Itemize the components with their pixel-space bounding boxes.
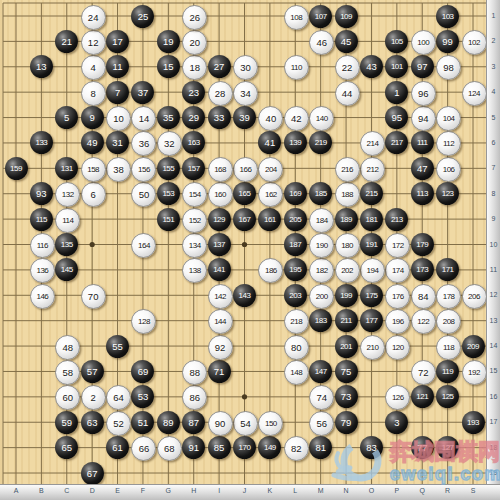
stone-black-13: 13 bbox=[30, 55, 53, 78]
stone-white-34: 34 bbox=[233, 81, 258, 106]
stone-white-4: 4 bbox=[81, 55, 106, 80]
col-label-O: O bbox=[364, 487, 378, 494]
col-label-H: H bbox=[187, 487, 201, 494]
stone-black-7: 7 bbox=[106, 81, 129, 104]
row-label-10: 10 bbox=[487, 241, 500, 248]
stone-white-84: 84 bbox=[411, 284, 436, 309]
stone-black-129: 129 bbox=[208, 208, 231, 231]
stone-white-150: 150 bbox=[258, 411, 283, 436]
stone-black-141: 141 bbox=[208, 258, 231, 281]
row-label-16: 16 bbox=[487, 393, 500, 400]
stone-white-94: 94 bbox=[411, 106, 436, 131]
stone-white-152: 152 bbox=[182, 208, 207, 233]
row-label-17: 17 bbox=[487, 418, 500, 425]
stone-black-107: 107 bbox=[309, 5, 332, 28]
stone-white-120: 120 bbox=[385, 335, 410, 360]
stone-black-25: 25 bbox=[131, 5, 154, 28]
row-label-7: 7 bbox=[487, 164, 500, 171]
stone-white-122: 122 bbox=[411, 309, 436, 334]
row-label-12: 12 bbox=[487, 291, 500, 298]
stone-white-190: 190 bbox=[309, 233, 334, 258]
stone-black-47: 47 bbox=[411, 157, 434, 180]
stone-white-142: 142 bbox=[208, 284, 233, 309]
row-label-2: 2 bbox=[487, 37, 500, 44]
stone-white-168: 168 bbox=[208, 157, 233, 182]
stone-black-153: 153 bbox=[157, 182, 180, 205]
stone-white-124: 124 bbox=[462, 81, 487, 106]
col-label-D: D bbox=[85, 487, 99, 494]
stone-black-131: 131 bbox=[55, 157, 78, 180]
stone-white-118: 118 bbox=[436, 335, 461, 360]
row-label-11: 11 bbox=[487, 266, 500, 273]
stone-black-121: 121 bbox=[411, 385, 434, 408]
stone-white-108: 108 bbox=[284, 5, 309, 30]
stone-black-201: 201 bbox=[335, 335, 358, 358]
row-label-1: 1 bbox=[487, 12, 500, 19]
stone-white-184: 184 bbox=[309, 208, 334, 233]
stone-black-211: 211 bbox=[335, 309, 358, 332]
stone-white-8: 8 bbox=[81, 81, 106, 106]
col-label-F: F bbox=[136, 487, 150, 494]
stone-black-109: 109 bbox=[335, 5, 358, 28]
stone-white-102: 102 bbox=[462, 30, 487, 55]
col-label-I: I bbox=[212, 487, 226, 494]
row-label-8: 8 bbox=[487, 190, 500, 197]
stone-white-10: 10 bbox=[106, 106, 131, 131]
stone-black-3: 3 bbox=[385, 411, 408, 434]
stone-white-92: 92 bbox=[208, 335, 233, 360]
stone-white-68: 68 bbox=[157, 436, 182, 461]
stone-white-166: 166 bbox=[233, 157, 258, 182]
stone-black-73: 73 bbox=[335, 385, 358, 408]
stone-black-187: 187 bbox=[284, 233, 307, 256]
stone-white-2: 2 bbox=[81, 385, 106, 410]
row-label-15: 15 bbox=[487, 367, 500, 374]
stone-black-19: 19 bbox=[157, 30, 180, 53]
stone-black-33: 33 bbox=[208, 106, 231, 129]
stone-white-52: 52 bbox=[106, 411, 131, 436]
col-label-L: L bbox=[288, 487, 302, 494]
row-label-4: 4 bbox=[487, 88, 500, 95]
stone-black-137: 137 bbox=[208, 233, 231, 256]
col-label-P: P bbox=[390, 487, 404, 494]
stone-black-189: 189 bbox=[335, 208, 358, 231]
stone-white-160: 160 bbox=[208, 182, 233, 207]
row-label-14: 14 bbox=[487, 342, 500, 349]
stone-black-67: 67 bbox=[81, 462, 104, 485]
stone-black-175: 175 bbox=[360, 284, 383, 307]
stone-black-79: 79 bbox=[335, 411, 358, 434]
stone-white-72: 72 bbox=[411, 360, 436, 385]
stone-black-209: 209 bbox=[462, 335, 485, 358]
stone-black-173: 173 bbox=[411, 258, 434, 281]
stone-white-110: 110 bbox=[284, 55, 309, 80]
stone-white-28: 28 bbox=[208, 81, 233, 106]
stone-black-199: 199 bbox=[335, 284, 358, 307]
stone-black-93: 93 bbox=[30, 182, 53, 205]
stone-black-213: 213 bbox=[385, 208, 408, 231]
stone-white-46: 46 bbox=[309, 30, 334, 55]
stone-white-192: 192 bbox=[462, 360, 487, 385]
col-label-M: M bbox=[314, 487, 328, 494]
stone-black-77: 77 bbox=[411, 436, 434, 459]
stone-black-179: 179 bbox=[411, 233, 434, 256]
stone-black-170: 170 bbox=[233, 436, 256, 459]
stone-black-147: 147 bbox=[309, 360, 332, 383]
stone-black-115: 115 bbox=[30, 208, 53, 231]
stone-black-151: 151 bbox=[157, 208, 180, 231]
stone-black-35: 35 bbox=[157, 106, 180, 129]
stone-black-99: 99 bbox=[436, 30, 459, 53]
stone-black-119: 119 bbox=[436, 360, 459, 383]
stone-white-56: 56 bbox=[309, 411, 334, 436]
stone-white-200: 200 bbox=[309, 284, 334, 309]
stone-black-169: 169 bbox=[284, 182, 307, 205]
col-label-G: G bbox=[161, 487, 175, 494]
stone-white-202: 202 bbox=[335, 258, 360, 283]
go-kifu-diagram: 1234567891011121314151718192021222324252… bbox=[0, 0, 500, 500]
stone-black-85: 85 bbox=[208, 436, 231, 459]
col-label-R: R bbox=[441, 487, 455, 494]
stone-black-37: 37 bbox=[131, 81, 154, 104]
stone-black-193: 193 bbox=[462, 411, 485, 434]
stone-black-15: 15 bbox=[157, 55, 180, 78]
row-label-9: 9 bbox=[487, 215, 500, 222]
stone-black-75: 75 bbox=[335, 360, 358, 383]
stone-white-48: 48 bbox=[55, 335, 80, 360]
stone-white-116: 116 bbox=[30, 233, 55, 258]
stone-black-181: 181 bbox=[360, 208, 383, 231]
stone-black-55: 55 bbox=[106, 335, 129, 358]
stone-white-158: 158 bbox=[81, 157, 106, 182]
col-label-C: C bbox=[60, 487, 74, 494]
stone-white-42: 42 bbox=[284, 106, 309, 131]
stone-white-96: 96 bbox=[411, 81, 436, 106]
stone-white-12: 12 bbox=[81, 30, 106, 55]
stone-white-218: 218 bbox=[284, 309, 309, 334]
col-label-B: B bbox=[34, 487, 48, 494]
stone-white-178: 178 bbox=[436, 284, 461, 309]
stone-black-9: 9 bbox=[81, 106, 104, 129]
row-label-18: 18 bbox=[487, 444, 500, 451]
stone-black-191: 191 bbox=[360, 233, 383, 256]
stone-white-70: 70 bbox=[81, 284, 106, 309]
stone-white-100: 100 bbox=[411, 30, 436, 55]
stone-white-22: 22 bbox=[335, 55, 360, 80]
stone-white-180: 180 bbox=[335, 233, 360, 258]
stone-black-159: 159 bbox=[5, 157, 28, 180]
stone-black-203: 203 bbox=[284, 284, 307, 307]
stone-white-216: 216 bbox=[335, 157, 360, 182]
stone-black-97: 97 bbox=[411, 55, 434, 78]
stone-white-210: 210 bbox=[360, 335, 385, 360]
stone-white-24: 24 bbox=[81, 5, 106, 30]
stone-black-155: 155 bbox=[157, 157, 180, 180]
row-label-6: 6 bbox=[487, 139, 500, 146]
stone-white-90: 90 bbox=[208, 411, 233, 436]
col-label-S: S bbox=[466, 487, 480, 494]
stone-white-6: 6 bbox=[81, 182, 106, 207]
stone-black-205: 205 bbox=[284, 208, 307, 231]
stone-white-106: 106 bbox=[436, 157, 461, 182]
col-label-K: K bbox=[263, 487, 277, 494]
col-label-E: E bbox=[111, 487, 125, 494]
stone-white-88: 88 bbox=[182, 360, 207, 385]
stone-black-57: 57 bbox=[81, 360, 104, 383]
stone-white-146: 146 bbox=[30, 284, 55, 309]
stone-black-167: 167 bbox=[233, 208, 256, 231]
stone-black-21: 21 bbox=[55, 30, 78, 53]
col-label-A: A bbox=[9, 487, 23, 494]
stone-black-71: 71 bbox=[208, 360, 231, 383]
stone-white-114: 114 bbox=[55, 208, 80, 233]
row-label-3: 3 bbox=[487, 63, 500, 70]
stone-black-143: 143 bbox=[233, 284, 256, 307]
stone-white-176: 176 bbox=[385, 284, 410, 309]
stone-black-83: 83 bbox=[360, 436, 383, 459]
stone-white-212: 212 bbox=[360, 157, 385, 182]
stone-black-17: 17 bbox=[106, 30, 129, 53]
stone-white-104: 104 bbox=[436, 106, 461, 131]
row-label-5: 5 bbox=[487, 114, 500, 121]
stone-white-54: 54 bbox=[233, 411, 258, 436]
stone-white-80: 80 bbox=[284, 335, 309, 360]
stone-black-39: 39 bbox=[233, 106, 256, 129]
stone-white-82: 82 bbox=[284, 436, 309, 461]
col-label-J: J bbox=[238, 487, 252, 494]
stone-black-87: 87 bbox=[182, 411, 205, 434]
stone-black-1: 1 bbox=[385, 81, 408, 104]
col-label-N: N bbox=[339, 487, 353, 494]
col-label-Q: Q bbox=[415, 487, 429, 494]
stone-black-177: 177 bbox=[360, 309, 383, 332]
stone-white-206: 206 bbox=[462, 284, 487, 309]
stone-black-113: 113 bbox=[411, 182, 434, 205]
stone-black-157: 157 bbox=[182, 157, 205, 180]
stone-white-44: 44 bbox=[335, 81, 360, 106]
stone-black-59: 59 bbox=[55, 411, 78, 434]
stone-white-26: 26 bbox=[182, 5, 207, 30]
stone-black-161: 161 bbox=[258, 208, 281, 231]
stone-black-45: 45 bbox=[335, 30, 358, 53]
stone-white-38: 38 bbox=[106, 157, 131, 182]
row-label-19: 19 bbox=[487, 469, 500, 476]
stone-black-89: 89 bbox=[157, 411, 180, 434]
stone-black-63: 63 bbox=[81, 411, 104, 434]
stone-white-148: 148 bbox=[284, 360, 309, 385]
stone-black-23: 23 bbox=[182, 81, 205, 104]
row-label-13: 13 bbox=[487, 317, 500, 324]
stone-white-144: 144 bbox=[208, 309, 233, 334]
stone-white-188: 188 bbox=[335, 182, 360, 207]
stone-white-20: 20 bbox=[182, 30, 207, 55]
stone-black-103: 103 bbox=[436, 5, 459, 28]
stone-black-27: 27 bbox=[208, 55, 231, 78]
stone-black-49: 49 bbox=[81, 131, 104, 154]
